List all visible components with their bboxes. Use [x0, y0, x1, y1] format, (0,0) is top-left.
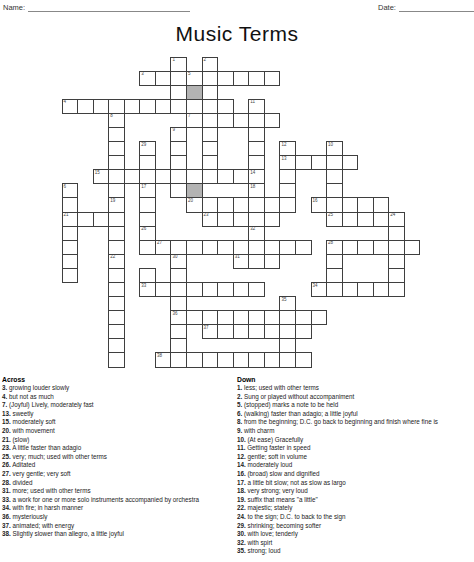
grid-cell[interactable] — [108, 183, 125, 198]
grid-empty — [264, 339, 280, 353]
grid-cell[interactable] — [217, 113, 234, 128]
clue-item: 1. less; used with other terms — [237, 384, 472, 393]
grid-cell[interactable] — [264, 352, 281, 367]
grid-cell[interactable] — [248, 282, 265, 297]
grid-cell[interactable] — [139, 268, 156, 283]
grid-cell[interactable]: 33 — [139, 282, 156, 297]
grid-cell[interactable]: 9 — [170, 127, 187, 142]
grid-cell[interactable] — [279, 310, 296, 325]
grid-cell[interactable]: 12 — [279, 141, 296, 156]
grid-cell[interactable]: 28 — [326, 240, 343, 255]
grid-cell[interactable] — [108, 324, 125, 339]
grid-cell[interactable] — [108, 352, 125, 367]
grid-empty — [62, 170, 78, 184]
clue-item: 4. but not as much — [2, 393, 237, 402]
grid-cell[interactable] — [170, 99, 187, 114]
grid-empty — [78, 268, 94, 282]
clue-item: 3. growing louder slowly — [2, 384, 237, 393]
grid-cell[interactable] — [279, 169, 296, 184]
grid-cell[interactable] — [373, 282, 390, 297]
grid-cell[interactable] — [62, 226, 79, 241]
grid-cell[interactable] — [170, 296, 187, 311]
cell-number: 30 — [172, 255, 177, 260]
grid-empty — [404, 113, 420, 127]
grid-cell[interactable] — [93, 212, 110, 227]
grid-cell[interactable] — [186, 282, 203, 297]
grid-cell[interactable] — [248, 71, 265, 86]
grid-empty — [62, 85, 78, 99]
grid-empty — [404, 184, 420, 198]
grid-empty — [327, 353, 343, 367]
grid-cell[interactable] — [326, 268, 343, 283]
grid-cell[interactable]: 30 — [170, 254, 187, 269]
grid-empty — [233, 99, 249, 113]
cell-number: 8 — [110, 114, 113, 119]
grid-cell[interactable]: 16 — [311, 197, 328, 212]
grid-cell[interactable] — [326, 169, 343, 184]
grid-cell[interactable] — [186, 169, 203, 184]
cell-number: 25 — [328, 213, 333, 218]
grid-cell[interactable]: 25 — [326, 212, 343, 227]
grid-empty — [187, 297, 203, 311]
grid-empty — [233, 57, 249, 71]
grid-cell[interactable]: 5 — [186, 71, 203, 86]
grid-cell[interactable] — [248, 240, 265, 255]
grid-empty — [327, 99, 343, 113]
grid-cell[interactable] — [342, 155, 359, 170]
grid-cell[interactable] — [388, 268, 405, 283]
grid-cell-shaded[interactable] — [186, 85, 203, 100]
grid-cell[interactable]: 32 — [248, 226, 265, 241]
grid-empty — [93, 297, 109, 311]
grid-cell[interactable] — [248, 324, 265, 339]
cell-number: 1 — [172, 58, 175, 63]
grid-cell[interactable] — [388, 226, 405, 241]
grid-cell[interactable] — [233, 310, 250, 325]
grid-cell[interactable]: 23 — [202, 212, 219, 227]
grid-cell[interactable] — [108, 141, 125, 156]
grid-cell[interactable] — [155, 71, 172, 86]
grid-cell[interactable] — [279, 352, 296, 367]
grid-cell[interactable] — [202, 99, 219, 114]
grid-cell[interactable] — [279, 197, 296, 212]
grid-cell[interactable] — [264, 197, 281, 212]
grid-cell[interactable]: 10 — [326, 141, 343, 156]
grid-cell[interactable] — [170, 324, 187, 339]
name-field[interactable] — [28, 3, 190, 12]
grid-empty — [373, 339, 389, 353]
grid-cell[interactable] — [295, 310, 312, 325]
grid-cell[interactable]: 29 — [139, 141, 156, 156]
grid-empty — [311, 99, 327, 113]
clue-item: 26. Aditated — [2, 461, 237, 470]
grid-cell[interactable] — [170, 71, 187, 86]
grid-cell[interactable]: 15 — [93, 169, 110, 184]
grid-cell[interactable] — [170, 85, 187, 100]
grid-cell[interactable] — [186, 352, 203, 367]
grid-cell[interactable]: 34 — [311, 282, 328, 297]
grid-cell[interactable]: 3 — [139, 71, 156, 86]
across-clues: Across 3. growing louder slowly4. but no… — [2, 376, 237, 556]
grid-empty — [124, 226, 140, 240]
grid-cell[interactable] — [202, 310, 219, 325]
grid-cell[interactable]: 1 — [170, 57, 187, 72]
grid-empty — [342, 142, 358, 156]
grid-empty — [264, 85, 280, 99]
grid-cell[interactable] — [388, 240, 405, 255]
grid-empty — [218, 339, 234, 353]
grid-cell[interactable] — [108, 268, 125, 283]
grid-empty — [93, 71, 109, 85]
grid-cell[interactable] — [202, 240, 219, 255]
grid-empty — [389, 99, 405, 113]
grid-cell[interactable] — [108, 226, 125, 241]
grid-cell[interactable]: 24 — [388, 212, 405, 227]
cell-number: 19 — [110, 199, 115, 204]
grid-cell[interactable] — [202, 71, 219, 86]
grid-cell[interactable] — [357, 197, 374, 212]
grid-cell[interactable] — [170, 338, 187, 353]
grid-cell[interactable] — [139, 99, 156, 114]
cell-number: 13 — [281, 157, 286, 162]
date-field[interactable] — [399, 3, 474, 12]
grid-cell[interactable] — [202, 113, 219, 128]
grid-cell[interactable] — [217, 212, 234, 227]
clue-item: 33. a work for one or more solo instrume… — [2, 496, 237, 505]
grid-cell[interactable] — [217, 71, 234, 86]
grid-empty — [358, 170, 374, 184]
grid-cell[interactable] — [357, 282, 374, 297]
grid-cell[interactable] — [248, 155, 265, 170]
grid-empty — [295, 113, 311, 127]
grid-cell[interactable] — [217, 282, 234, 297]
grid-empty — [233, 156, 249, 170]
grid-empty — [93, 85, 109, 99]
grid-cell[interactable]: 8 — [108, 113, 125, 128]
grid-cell[interactable] — [295, 352, 312, 367]
grid-cell[interactable] — [264, 310, 281, 325]
grid-empty — [264, 57, 280, 71]
grid-cell[interactable] — [233, 324, 250, 339]
grid-cell[interactable] — [170, 183, 187, 198]
grid-cell[interactable] — [170, 282, 187, 297]
grid-cell[interactable] — [202, 352, 219, 367]
grid-cell[interactable] — [373, 212, 390, 227]
grid-cell[interactable] — [264, 113, 281, 128]
grid-cell[interactable] — [202, 85, 219, 100]
grid-cell[interactable] — [357, 240, 374, 255]
grid-cell[interactable] — [139, 240, 156, 255]
grid-cell[interactable] — [217, 240, 234, 255]
grid-cell[interactable]: 18 — [248, 183, 265, 198]
grid-cell[interactable] — [326, 155, 343, 170]
grid-empty — [373, 297, 389, 311]
grid-empty — [155, 339, 171, 353]
grid-cell[interactable] — [248, 141, 265, 156]
grid-cell[interactable] — [264, 71, 281, 86]
grid-empty — [264, 268, 280, 282]
grid-cell[interactable] — [279, 324, 296, 339]
grid-empty — [342, 57, 358, 71]
grid-cell[interactable] — [155, 99, 172, 114]
grid-cell[interactable] — [342, 212, 359, 227]
grid-empty — [327, 127, 343, 141]
grid-cell[interactable] — [279, 240, 296, 255]
grid-empty — [78, 339, 94, 353]
grid-cell[interactable] — [186, 310, 203, 325]
grid-cell[interactable]: 37 — [202, 324, 219, 339]
grid-cell[interactable] — [108, 99, 125, 114]
grid-cell[interactable] — [357, 212, 374, 227]
grid-empty — [78, 283, 94, 297]
grid-cell[interactable] — [404, 240, 421, 255]
grid-empty — [62, 339, 78, 353]
grid-empty — [93, 156, 109, 170]
grid-empty — [155, 254, 171, 268]
grid-cell[interactable] — [108, 240, 125, 255]
grid-empty — [109, 57, 125, 71]
grid-cell-shaded[interactable] — [186, 183, 203, 198]
grid-cell[interactable] — [342, 197, 359, 212]
grid-cell[interactable]: 7 — [186, 113, 203, 128]
grid-cell[interactable] — [342, 282, 359, 297]
grid-cell[interactable] — [155, 282, 172, 297]
grid-cell[interactable] — [248, 254, 265, 269]
grid-empty — [124, 57, 140, 71]
grid-cell[interactable] — [62, 197, 79, 212]
grid-empty — [295, 226, 311, 240]
grid-cell[interactable] — [326, 282, 343, 297]
grid-cell[interactable] — [295, 324, 312, 339]
grid-cell[interactable]: 26 — [139, 226, 156, 241]
clue-item: 6. (walking) faster than adagio; a littl… — [237, 410, 472, 419]
grid-empty — [311, 297, 327, 311]
grid-cell[interactable]: 36 — [170, 310, 187, 325]
grid-cell[interactable] — [170, 352, 187, 367]
grid-empty — [218, 254, 234, 268]
grid-cell[interactable] — [311, 155, 328, 170]
grid-cell[interactable] — [217, 99, 234, 114]
grid-cell[interactable] — [248, 352, 265, 367]
grid-cell[interactable] — [248, 113, 265, 128]
grid-cell[interactable] — [62, 254, 79, 269]
grid-cell[interactable] — [108, 296, 125, 311]
grid-empty — [202, 184, 218, 198]
grid-empty — [389, 198, 405, 212]
grid-cell[interactable] — [186, 240, 203, 255]
grid-cell[interactable] — [202, 155, 219, 170]
grid-empty — [404, 268, 420, 282]
grid-cell[interactable] — [279, 338, 296, 353]
grid-cell[interactable] — [108, 338, 125, 353]
grid-empty — [62, 283, 78, 297]
grid-cell[interactable]: 6 — [62, 183, 79, 198]
grid-cell[interactable] — [388, 282, 405, 297]
grid-cell[interactable] — [248, 212, 265, 227]
grid-cell[interactable] — [217, 169, 234, 184]
grid-empty — [187, 268, 203, 282]
grid-cell[interactable] — [202, 169, 219, 184]
grid-cell[interactable] — [233, 212, 250, 227]
grid-cell[interactable] — [248, 127, 265, 142]
grid-empty — [358, 127, 374, 141]
grid-cell[interactable] — [373, 197, 390, 212]
grid-empty — [124, 325, 140, 339]
grid-empty — [280, 212, 296, 226]
grid-cell[interactable] — [62, 240, 79, 255]
grid-empty — [93, 353, 109, 367]
grid-cell[interactable]: 14 — [248, 169, 265, 184]
grid-empty — [109, 85, 125, 99]
grid-empty — [295, 283, 311, 297]
grid-cell[interactable] — [217, 324, 234, 339]
grid-empty — [124, 353, 140, 367]
grid-cell[interactable] — [108, 212, 125, 227]
grid-cell[interactable] — [217, 352, 234, 367]
grid-cell[interactable] — [62, 268, 79, 283]
grid-cell[interactable] — [373, 240, 390, 255]
grid-empty — [342, 85, 358, 99]
grid-empty — [187, 142, 203, 156]
grid-cell[interactable] — [108, 127, 125, 142]
grid-cell[interactable] — [326, 197, 343, 212]
cell-number: 3 — [141, 72, 144, 77]
grid-cell[interactable] — [108, 169, 125, 184]
grid-cell[interactable] — [202, 127, 219, 142]
grid-cell[interactable]: 35 — [279, 296, 296, 311]
grid-empty — [295, 297, 311, 311]
grid-cell[interactable] — [342, 240, 359, 255]
grid-cell[interactable]: 11 — [248, 99, 265, 114]
grid-cell[interactable] — [264, 240, 281, 255]
grid-cell[interactable] — [124, 99, 141, 114]
grid-cell[interactable]: 20 — [186, 197, 203, 212]
grid-cell[interactable] — [77, 212, 94, 227]
grid-cell[interactable] — [233, 240, 250, 255]
grid-cell[interactable] — [139, 212, 156, 227]
across-heading: Across — [2, 376, 237, 383]
grid-cell[interactable] — [248, 197, 265, 212]
grid-empty — [327, 71, 343, 85]
clue-item: 22. majestic; stately — [237, 504, 472, 513]
grid-cell[interactable] — [139, 169, 156, 184]
grid-empty — [233, 184, 249, 198]
cell-number: 32 — [250, 227, 255, 232]
grid-empty — [389, 113, 405, 127]
clue-item: 7. (Joyful) Lively, moderately fast — [2, 401, 237, 410]
grid-cell[interactable] — [139, 197, 156, 212]
grid-empty — [264, 142, 280, 156]
grid-cell[interactable] — [233, 352, 250, 367]
grid-cell[interactable] — [388, 254, 405, 269]
grid-cell[interactable] — [217, 197, 234, 212]
grid-cell[interactable] — [233, 113, 250, 128]
grid-cell[interactable] — [155, 169, 172, 184]
grid-cell[interactable] — [248, 310, 265, 325]
clue-item: 5. (stopped) marks a note to be held — [237, 401, 472, 410]
grid-cell[interactable] — [233, 169, 250, 184]
grid-cell[interactable]: 4 — [62, 99, 79, 114]
grid-cell[interactable] — [279, 183, 296, 198]
grid-empty — [373, 156, 389, 170]
clue-item: 32. with spirt — [237, 539, 472, 548]
grid-cell[interactable] — [311, 310, 328, 325]
grid-cell[interactable] — [264, 212, 281, 227]
grid-cell[interactable] — [170, 240, 187, 255]
grid-cell[interactable] — [233, 282, 250, 297]
grid-cell[interactable] — [264, 324, 281, 339]
grid-cell[interactable] — [108, 310, 125, 325]
grid-empty — [93, 339, 109, 353]
grid-cell[interactable] — [233, 71, 250, 86]
grid-empty — [280, 99, 296, 113]
grid-empty — [218, 184, 234, 198]
grid-empty — [295, 127, 311, 141]
grid-empty — [93, 57, 109, 71]
clues-section: Across 3. growing louder slowly4. but no… — [2, 376, 474, 556]
grid-empty — [171, 113, 187, 127]
grid-cell[interactable] — [202, 141, 219, 156]
grid-cell[interactable]: 2 — [202, 57, 219, 72]
grid-cell[interactable] — [264, 254, 281, 269]
grid-empty — [202, 268, 218, 282]
grid-empty — [404, 156, 420, 170]
grid-empty — [358, 311, 374, 325]
grid-cell[interactable] — [170, 141, 187, 156]
clue-item: 36. mysteriously — [2, 513, 237, 522]
grid-cell[interactable] — [139, 155, 156, 170]
grid-cell[interactable] — [233, 197, 250, 212]
grid-cell[interactable] — [93, 99, 110, 114]
grid-cell[interactable] — [108, 282, 125, 297]
grid-cell[interactable]: 17 — [139, 183, 156, 198]
grid-cell[interactable]: 31 — [233, 254, 250, 269]
grid-cell[interactable] — [124, 169, 141, 184]
grid-cell[interactable] — [295, 155, 312, 170]
grid-cell[interactable]: 13 — [279, 155, 296, 170]
clue-item: 29. shrinking; becoming softer — [237, 522, 472, 531]
grid-cell[interactable] — [202, 282, 219, 297]
grid-empty — [311, 353, 327, 367]
grid-cell[interactable] — [77, 99, 94, 114]
grid-cell[interactable] — [217, 310, 234, 325]
grid-cell[interactable]: 21 — [62, 212, 79, 227]
grid-empty — [342, 226, 358, 240]
grid-empty — [342, 297, 358, 311]
grid-cell[interactable] — [326, 254, 343, 269]
grid-cell[interactable]: 38 — [155, 352, 172, 367]
grid-cell[interactable] — [186, 99, 203, 114]
grid-cell[interactable]: 27 — [155, 240, 172, 255]
grid-empty — [342, 254, 358, 268]
grid-cell[interactable] — [170, 169, 187, 184]
grid-empty — [295, 85, 311, 99]
grid-cell[interactable] — [295, 240, 312, 255]
grid-empty — [404, 254, 420, 268]
grid-cell[interactable] — [326, 183, 343, 198]
grid-empty — [373, 325, 389, 339]
grid-empty — [78, 353, 94, 367]
grid-cell[interactable] — [108, 155, 125, 170]
grid-cell[interactable] — [202, 197, 219, 212]
grid-cell[interactable] — [170, 268, 187, 283]
grid-cell[interactable]: 19 — [108, 197, 125, 212]
grid-empty — [373, 170, 389, 184]
grid-empty — [373, 142, 389, 156]
grid-cell[interactable]: 22 — [108, 254, 125, 269]
grid-empty — [218, 226, 234, 240]
grid-cell[interactable] — [170, 155, 187, 170]
